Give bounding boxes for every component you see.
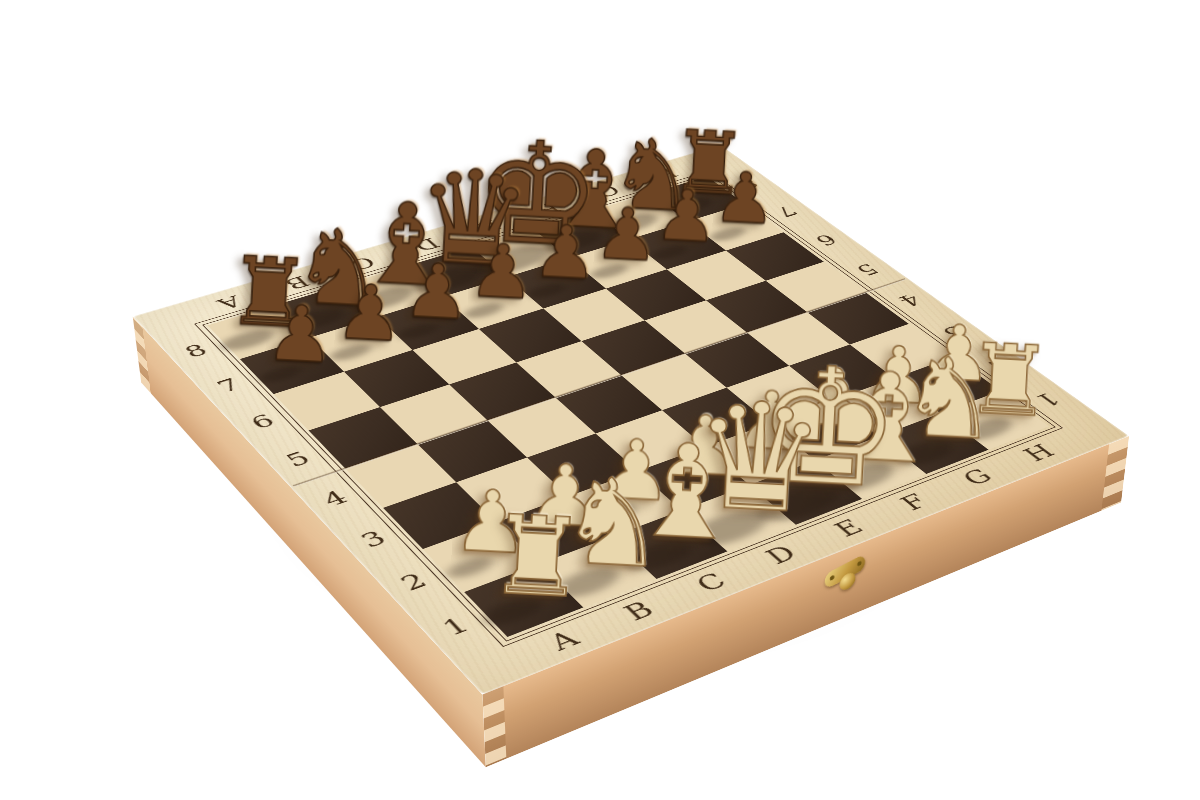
brass-clasp: [822, 544, 876, 613]
photo-background: ABCDEFGHABCDEFGH8765432187654321 ♜♞♝♛♚♝♞…: [0, 0, 1200, 800]
scene: ABCDEFGHABCDEFGH8765432187654321 ♜♞♝♛♚♝♞…: [0, 0, 1200, 800]
chess-box: ABCDEFGHABCDEFGH8765432187654321 ♜♞♝♛♚♝♞…: [133, 145, 1129, 695]
light-rook-glyph: ♜: [486, 500, 589, 614]
dark-pawn-glyph: ♟: [264, 294, 337, 374]
